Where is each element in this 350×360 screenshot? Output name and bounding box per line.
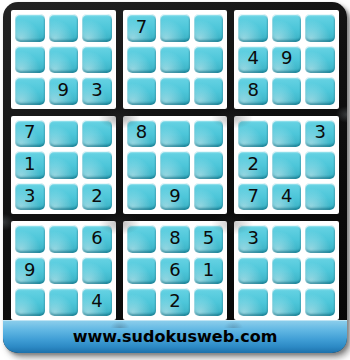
cell-r2c6[interactable] [194, 46, 224, 74]
cell-r4c4[interactable]: 8 [127, 120, 157, 148]
cell-r1c4[interactable]: 7 [127, 14, 157, 42]
cell-r5c8[interactable] [272, 151, 302, 179]
cell-r8c7[interactable] [238, 257, 268, 285]
cell-r7c3[interactable]: 6 [82, 225, 112, 253]
cell-r1c1[interactable] [15, 14, 45, 42]
cell-r4c1[interactable]: 7 [15, 120, 45, 148]
cell-r6c4[interactable] [127, 183, 157, 211]
cell-r2c2[interactable] [49, 46, 79, 74]
cell-r5c5[interactable] [160, 151, 190, 179]
sudoku-grid: 9374987132893274694856123 [11, 10, 339, 320]
cell-r8c5[interactable]: 6 [160, 257, 190, 285]
cell-r6c9[interactable] [305, 183, 335, 211]
cell-r7c9[interactable] [305, 225, 335, 253]
cell-r3c8[interactable] [272, 77, 302, 105]
cell-r7c2[interactable] [49, 225, 79, 253]
cell-r8c1[interactable]: 9 [15, 257, 45, 285]
given-digit: 5 [203, 229, 214, 247]
cell-r6c5[interactable]: 9 [160, 183, 190, 211]
cell-r4c2[interactable] [49, 120, 79, 148]
given-digit: 3 [247, 229, 258, 247]
box-7: 694 [11, 221, 116, 320]
given-digit: 9 [281, 49, 292, 67]
given-digit: 1 [203, 261, 214, 279]
cell-r9c1[interactable] [15, 288, 45, 316]
given-digit: 3 [91, 81, 102, 99]
cell-r9c3[interactable]: 4 [82, 288, 112, 316]
cell-r7c6[interactable]: 5 [194, 225, 224, 253]
cell-r4c6[interactable] [194, 120, 224, 148]
given-digit: 3 [24, 187, 35, 205]
cell-r6c8[interactable]: 4 [272, 183, 302, 211]
given-digit: 8 [169, 229, 180, 247]
cell-r1c6[interactable] [194, 14, 224, 42]
given-digit: 4 [247, 49, 258, 67]
cell-r9c5[interactable]: 2 [160, 288, 190, 316]
box-3: 498 [234, 10, 339, 109]
cell-r5c9[interactable] [305, 151, 335, 179]
page: 9374987132893274694856123 www.sudokusweb… [0, 0, 350, 360]
cell-r2c9[interactable] [305, 46, 335, 74]
cell-r1c2[interactable] [49, 14, 79, 42]
given-digit: 4 [281, 187, 292, 205]
given-digit: 1 [24, 155, 35, 173]
cell-r6c6[interactable] [194, 183, 224, 211]
cell-r7c5[interactable]: 8 [160, 225, 190, 253]
given-digit: 4 [91, 292, 102, 310]
cell-r5c4[interactable] [127, 151, 157, 179]
cell-r6c7[interactable]: 7 [238, 183, 268, 211]
cell-r3c5[interactable] [160, 77, 190, 105]
cell-r3c9[interactable] [305, 77, 335, 105]
cell-r2c1[interactable] [15, 46, 45, 74]
cell-r4c8[interactable] [272, 120, 302, 148]
cell-r9c7[interactable] [238, 288, 268, 316]
cell-r4c3[interactable] [82, 120, 112, 148]
cell-r5c1[interactable]: 1 [15, 151, 45, 179]
cell-r5c6[interactable] [194, 151, 224, 179]
cell-r2c8[interactable]: 9 [272, 46, 302, 74]
given-digit: 2 [91, 187, 102, 205]
website-link[interactable]: www.sudokusweb.com [73, 327, 278, 346]
sudoku-board: 9374987132893274694856123 www.sudokusweb… [3, 2, 347, 353]
cell-r3c6[interactable] [194, 77, 224, 105]
given-digit: 9 [24, 261, 35, 279]
cell-r9c6[interactable] [194, 288, 224, 316]
cell-r1c5[interactable] [160, 14, 190, 42]
cell-r5c3[interactable] [82, 151, 112, 179]
cell-r3c3[interactable]: 3 [82, 77, 112, 105]
cell-r8c4[interactable] [127, 257, 157, 285]
cell-r7c4[interactable] [127, 225, 157, 253]
given-digit: 8 [247, 81, 258, 99]
cell-r8c9[interactable] [305, 257, 335, 285]
cell-r8c2[interactable] [49, 257, 79, 285]
cell-r2c5[interactable] [160, 46, 190, 74]
cell-r5c2[interactable] [49, 151, 79, 179]
box-4: 7132 [11, 116, 116, 215]
given-digit: 6 [169, 261, 180, 279]
cell-r6c3[interactable]: 2 [82, 183, 112, 211]
given-digit: 7 [136, 18, 147, 36]
cell-r9c8[interactable] [272, 288, 302, 316]
cell-r5c7[interactable]: 2 [238, 151, 268, 179]
cell-r3c1[interactable] [15, 77, 45, 105]
cell-r8c3[interactable] [82, 257, 112, 285]
cell-r7c8[interactable] [272, 225, 302, 253]
given-digit: 7 [24, 123, 35, 141]
cell-r8c6[interactable]: 1 [194, 257, 224, 285]
cell-r1c3[interactable] [82, 14, 112, 42]
box-8: 85612 [123, 221, 228, 320]
cell-r7c1[interactable] [15, 225, 45, 253]
box-6: 3274 [234, 116, 339, 215]
cell-r1c7[interactable] [238, 14, 268, 42]
box-5: 89 [123, 116, 228, 215]
footer-bar: www.sudokusweb.com [3, 320, 347, 353]
cell-r3c7[interactable]: 8 [238, 77, 268, 105]
cell-r6c2[interactable] [49, 183, 79, 211]
cell-r3c4[interactable] [127, 77, 157, 105]
cell-r2c3[interactable] [82, 46, 112, 74]
cell-r7c7[interactable]: 3 [238, 225, 268, 253]
cell-r9c2[interactable] [49, 288, 79, 316]
box-9: 3 [234, 221, 339, 320]
given-digit: 8 [136, 123, 147, 141]
cell-r2c4[interactable] [127, 46, 157, 74]
cell-r6c1[interactable]: 3 [15, 183, 45, 211]
cell-r4c9[interactable]: 3 [305, 120, 335, 148]
cell-r9c4[interactable] [127, 288, 157, 316]
box-2: 7 [123, 10, 228, 109]
given-digit: 9 [58, 81, 69, 99]
cell-r3c2[interactable]: 9 [49, 77, 79, 105]
cell-r2c7[interactable]: 4 [238, 46, 268, 74]
given-digit: 2 [169, 292, 180, 310]
cell-r1c9[interactable] [305, 14, 335, 42]
cell-r8c8[interactable] [272, 257, 302, 285]
given-digit: 6 [91, 229, 102, 247]
cell-r4c5[interactable] [160, 120, 190, 148]
given-digit: 2 [247, 155, 258, 173]
cell-r1c8[interactable] [272, 14, 302, 42]
box-1: 93 [11, 10, 116, 109]
given-digit: 9 [169, 187, 180, 205]
given-digit: 7 [247, 187, 258, 205]
given-digit: 3 [314, 123, 325, 141]
cell-r9c9[interactable] [305, 288, 335, 316]
cell-r4c7[interactable] [238, 120, 268, 148]
